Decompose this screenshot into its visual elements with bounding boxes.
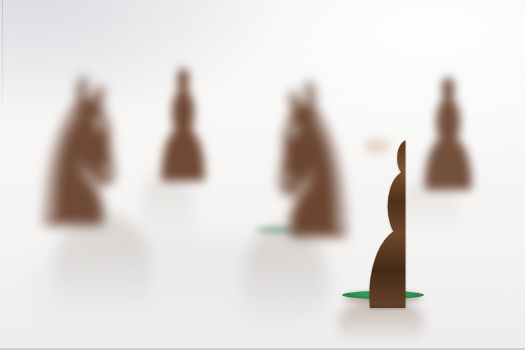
pawn-glyph: ♟ — [151, 50, 180, 205]
backdrop-edge-line — [2, 0, 3, 130]
chess-pieces-photograph: ♞ ♟ ♞ ♟ ♟ — [0, 0, 525, 350]
knight-glyph: ♞ — [261, 55, 314, 270]
knight-glyph: ♞ — [65, 52, 135, 257]
wood-highlight — [364, 138, 390, 154]
chess-piece-pawn-back-left: ♟ — [134, 55, 198, 173]
chess-piece-knight-back-center: ♞ — [238, 60, 336, 226]
